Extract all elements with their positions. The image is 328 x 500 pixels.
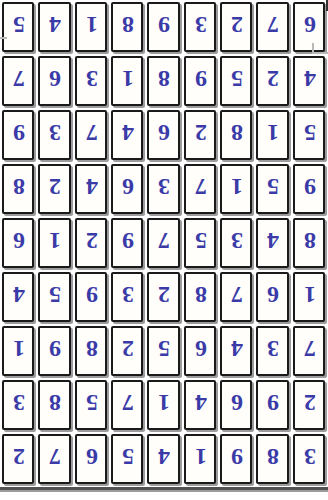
grid-cell-r5c2: 1 bbox=[38, 218, 70, 268]
grid-cell-r6c1: 4 bbox=[2, 272, 34, 322]
grid-cell-r2c2: 6 bbox=[38, 56, 70, 106]
cell-digit: 1 bbox=[86, 13, 98, 37]
cell-digit: 1 bbox=[304, 283, 316, 307]
grid-cell-r2c7: 5 bbox=[220, 56, 252, 106]
grid-cell-r3c8: 1 bbox=[256, 110, 288, 160]
cell-digit: 4 bbox=[158, 445, 170, 469]
cell-digit: 2 bbox=[267, 67, 279, 91]
grid-cell-r8c2: 8 bbox=[38, 380, 70, 430]
grid-cell-r1c1: 5 bbox=[2, 2, 34, 52]
grid-cell-r4c7: 1 bbox=[220, 164, 252, 214]
grid-cell-r7c7: 4 bbox=[220, 326, 252, 376]
cell-digit: 9 bbox=[267, 391, 279, 415]
cell-digit: 4 bbox=[122, 121, 134, 145]
cell-digit: 8 bbox=[158, 67, 170, 91]
cell-digit: 9 bbox=[122, 229, 134, 253]
grid-cell-r2c6: 9 bbox=[184, 56, 216, 106]
cell-digit: 1 bbox=[231, 175, 243, 199]
cell-digit: 8 bbox=[231, 121, 243, 145]
grid-cell-r2c4: 1 bbox=[111, 56, 143, 106]
cell-digit: 8 bbox=[49, 391, 61, 415]
cell-digit: 5 bbox=[195, 229, 207, 253]
grid-cell-r9c9: 3 bbox=[293, 434, 325, 484]
cell-digit: 6 bbox=[195, 337, 207, 361]
grid-cell-r3c7: 8 bbox=[220, 110, 252, 160]
grid-cell-r4c9: 9 bbox=[293, 164, 325, 214]
grid-cell-r8c7: 6 bbox=[220, 380, 252, 430]
cell-digit: 3 bbox=[231, 229, 243, 253]
grid-cell-r5c9: 8 bbox=[293, 218, 325, 268]
cell-digit: 5 bbox=[231, 67, 243, 91]
grid-cell-r4c5: 3 bbox=[147, 164, 179, 214]
cell-digit: 2 bbox=[158, 283, 170, 307]
grid-cell-r3c2: 3 bbox=[38, 110, 70, 160]
cell-digit: 4 bbox=[231, 337, 243, 361]
grid-cell-r7c6: 6 bbox=[184, 326, 216, 376]
cell-digit: 6 bbox=[267, 283, 279, 307]
grid-cell-r8c3: 5 bbox=[75, 380, 107, 430]
cell-digit: 6 bbox=[158, 121, 170, 145]
cell-digit: 3 bbox=[122, 283, 134, 307]
grid-cell-r6c6: 8 bbox=[184, 272, 216, 322]
cell-digit: 3 bbox=[49, 121, 61, 145]
cell-digit: 6 bbox=[304, 13, 316, 37]
grid-cell-r2c9: 4 bbox=[293, 56, 325, 106]
grid-cell-r7c4: 2 bbox=[111, 326, 143, 376]
grid-cell-r1c8: 7 bbox=[256, 2, 288, 52]
cell-digit: 4 bbox=[304, 67, 316, 91]
cell-digit: 8 bbox=[304, 229, 316, 253]
grid-cell-r6c2: 5 bbox=[38, 272, 70, 322]
grid-cell-r2c1: 7 bbox=[2, 56, 34, 106]
cell-digit: 7 bbox=[158, 229, 170, 253]
grid-cell-r5c5: 7 bbox=[147, 218, 179, 268]
grid-cell-r9c5: 4 bbox=[147, 434, 179, 484]
cell-digit: 6 bbox=[231, 391, 243, 415]
cell-digit: 7 bbox=[49, 445, 61, 469]
grid-cell-r3c1: 9 bbox=[2, 110, 34, 160]
grid-cell-r6c3: 9 bbox=[75, 272, 107, 322]
grid-cell-r5c1: 6 bbox=[2, 218, 34, 268]
grid-cell-r1c5: 9 bbox=[147, 2, 179, 52]
grid-cell-r1c7: 2 bbox=[220, 2, 252, 52]
cell-digit: 1 bbox=[158, 391, 170, 415]
cell-digit: 4 bbox=[86, 175, 98, 199]
grid-cell-r2c3: 3 bbox=[75, 56, 107, 106]
grid-cell-r8c9: 2 bbox=[293, 380, 325, 430]
grid-cell-r1c4: 8 bbox=[111, 2, 143, 52]
cell-digit: 9 bbox=[86, 283, 98, 307]
grid-cell-r7c8: 3 bbox=[256, 326, 288, 376]
cell-digit: 3 bbox=[304, 445, 316, 469]
cell-digit: 2 bbox=[195, 121, 207, 145]
cell-digit: 8 bbox=[122, 13, 134, 37]
cell-digit: 3 bbox=[195, 13, 207, 37]
grid-cell-r7c1: 1 bbox=[2, 326, 34, 376]
grid-cell-r8c8: 9 bbox=[256, 380, 288, 430]
grid-cell-r2c8: 2 bbox=[256, 56, 288, 106]
grid-cell-r3c6: 2 bbox=[184, 110, 216, 160]
cell-digit: 6 bbox=[86, 445, 98, 469]
cell-digit: 6 bbox=[13, 229, 25, 253]
grid-cell-r5c8: 4 bbox=[256, 218, 288, 268]
cell-digit: 7 bbox=[195, 175, 207, 199]
cell-digit: 9 bbox=[13, 121, 25, 145]
grid-cell-r4c3: 4 bbox=[75, 164, 107, 214]
cell-digit: 5 bbox=[304, 121, 316, 145]
cell-digit: 5 bbox=[86, 391, 98, 415]
grid-cell-r9c4: 5 bbox=[111, 434, 143, 484]
cell-digit: 4 bbox=[267, 229, 279, 253]
cell-digit: 3 bbox=[267, 337, 279, 361]
grid-cell-r2c5: 8 bbox=[147, 56, 179, 106]
grid-cell-r8c4: 7 bbox=[111, 380, 143, 430]
cell-digit: 2 bbox=[13, 445, 25, 469]
grid-cell-r5c3: 2 bbox=[75, 218, 107, 268]
grid-cell-r3c4: 4 bbox=[111, 110, 143, 160]
grid-cell-r7c9: 7 bbox=[293, 326, 325, 376]
cell-digit: 1 bbox=[13, 337, 25, 361]
grid-cell-r3c3: 7 bbox=[75, 110, 107, 160]
grid-cell-r4c8: 5 bbox=[256, 164, 288, 214]
grid-cell-r5c7: 3 bbox=[220, 218, 252, 268]
grid-cell-r3c9: 5 bbox=[293, 110, 325, 160]
grid-cell-r8c1: 3 bbox=[2, 380, 34, 430]
cell-digit: 5 bbox=[267, 175, 279, 199]
cell-digit: 1 bbox=[267, 121, 279, 145]
cell-digit: 7 bbox=[231, 283, 243, 307]
grid-cell-r5c4: 9 bbox=[111, 218, 143, 268]
grid-cell-r4c4: 6 bbox=[111, 164, 143, 214]
cell-digit: 2 bbox=[86, 229, 98, 253]
grid-cell-r6c5: 2 bbox=[147, 272, 179, 322]
cell-digit: 3 bbox=[13, 391, 25, 415]
cell-digit: 6 bbox=[49, 67, 61, 91]
grid-cell-r9c1: 2 bbox=[2, 434, 34, 484]
grid-cell-r7c2: 9 bbox=[38, 326, 70, 376]
cell-digit: 5 bbox=[122, 445, 134, 469]
page-corner-mark-left bbox=[0, 37, 7, 39]
cell-digit: 9 bbox=[158, 13, 170, 37]
grid-cell-r1c3: 1 bbox=[75, 2, 107, 52]
grid-cell-r6c7: 7 bbox=[220, 272, 252, 322]
grid-cell-r4c6: 7 bbox=[184, 164, 216, 214]
cell-digit: 7 bbox=[86, 121, 98, 145]
grid-cell-r7c5: 5 bbox=[147, 326, 179, 376]
cell-digit: 7 bbox=[13, 67, 25, 91]
cell-digit: 1 bbox=[49, 229, 61, 253]
cell-digit: 5 bbox=[49, 283, 61, 307]
cell-digit: 2 bbox=[122, 337, 134, 361]
cell-digit: 4 bbox=[195, 391, 207, 415]
cell-digit: 3 bbox=[158, 175, 170, 199]
grid-cell-r8c5: 1 bbox=[147, 380, 179, 430]
cell-digit: 6 bbox=[122, 175, 134, 199]
grid-cell-r9c2: 7 bbox=[38, 434, 70, 484]
grid-cell-r9c6: 1 bbox=[184, 434, 216, 484]
cell-digit: 8 bbox=[267, 445, 279, 469]
grid-cell-r4c2: 2 bbox=[38, 164, 70, 214]
scanned-document-page: 5418932767631895249374628158246371596129… bbox=[0, 0, 328, 500]
cell-digit: 5 bbox=[13, 13, 25, 37]
table-outer-edge-bar bbox=[0, 487, 328, 492]
grid-cell-r6c4: 3 bbox=[111, 272, 143, 322]
cell-digit: 9 bbox=[195, 67, 207, 91]
grid-cell-r7c3: 8 bbox=[75, 326, 107, 376]
grid-cell-r9c8: 8 bbox=[256, 434, 288, 484]
cell-digit: 9 bbox=[49, 337, 61, 361]
grid-cell-r5c6: 5 bbox=[184, 218, 216, 268]
cell-digit: 7 bbox=[267, 13, 279, 37]
grid-cell-r1c2: 4 bbox=[38, 2, 70, 52]
cell-digit: 8 bbox=[86, 337, 98, 361]
cell-digit: 1 bbox=[195, 445, 207, 469]
cell-digit: 7 bbox=[304, 337, 316, 361]
grid-cell-r8c6: 4 bbox=[184, 380, 216, 430]
grid-cell-r9c3: 6 bbox=[75, 434, 107, 484]
grid-cell-r6c8: 6 bbox=[256, 272, 288, 322]
grid-cell-r3c5: 6 bbox=[147, 110, 179, 160]
grid-cell-r9c7: 9 bbox=[220, 434, 252, 484]
grid-cell-r1c6: 3 bbox=[184, 2, 216, 52]
grid-cell-r6c9: 1 bbox=[293, 272, 325, 322]
cell-digit: 9 bbox=[231, 445, 243, 469]
cell-digit: 5 bbox=[158, 337, 170, 361]
grid-cell-r1c9: 6 bbox=[293, 2, 325, 52]
cell-digit: 4 bbox=[13, 283, 25, 307]
cell-digit: 3 bbox=[86, 67, 98, 91]
cell-digit: 8 bbox=[195, 283, 207, 307]
grid-cell-r4c1: 8 bbox=[2, 164, 34, 214]
cell-digit: 9 bbox=[304, 175, 316, 199]
cell-digit: 2 bbox=[304, 391, 316, 415]
cell-digit: 1 bbox=[122, 67, 134, 91]
page-corner-mark-right-horizontal bbox=[312, 52, 328, 54]
cell-digit: 2 bbox=[49, 175, 61, 199]
cell-digit: 4 bbox=[49, 13, 61, 37]
cell-digit: 2 bbox=[231, 13, 243, 37]
cell-digit: 7 bbox=[122, 391, 134, 415]
number-grid: 5418932767631895249374628158246371596129… bbox=[0, 0, 328, 484]
cell-digit: 8 bbox=[13, 175, 25, 199]
